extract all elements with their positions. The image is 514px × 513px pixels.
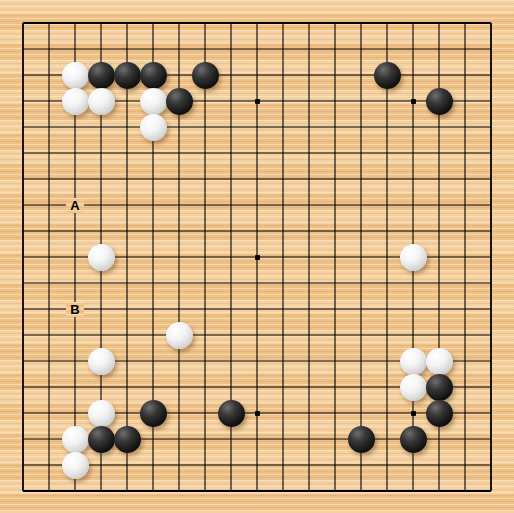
stone-white[interactable] xyxy=(426,348,453,375)
stone-white[interactable] xyxy=(88,244,115,271)
stone-black[interactable] xyxy=(88,426,115,453)
stone-black[interactable] xyxy=(140,400,167,427)
stone-black[interactable] xyxy=(426,400,453,427)
go-board[interactable]: AB xyxy=(0,0,514,513)
stone-white[interactable] xyxy=(400,348,427,375)
star-point xyxy=(255,99,260,104)
stone-black[interactable] xyxy=(114,426,141,453)
stone-white[interactable] xyxy=(62,452,89,479)
stone-white[interactable] xyxy=(88,348,115,375)
star-point xyxy=(411,99,416,104)
stone-black[interactable] xyxy=(140,62,167,89)
stone-white[interactable] xyxy=(62,426,89,453)
stone-black[interactable] xyxy=(192,62,219,89)
stone-white[interactable] xyxy=(62,62,89,89)
stone-white[interactable] xyxy=(140,114,167,141)
variation-label-a[interactable]: A xyxy=(66,198,84,213)
stone-black[interactable] xyxy=(114,62,141,89)
stone-black[interactable] xyxy=(88,62,115,89)
variation-label-b[interactable]: B xyxy=(66,302,84,317)
stone-white[interactable] xyxy=(140,88,167,115)
stone-black[interactable] xyxy=(166,88,193,115)
stone-black[interactable] xyxy=(348,426,375,453)
stone-white[interactable] xyxy=(88,400,115,427)
star-point xyxy=(411,411,416,416)
stone-black[interactable] xyxy=(400,426,427,453)
stone-black[interactable] xyxy=(218,400,245,427)
stone-white[interactable] xyxy=(166,322,193,349)
stone-white[interactable] xyxy=(88,88,115,115)
stone-white[interactable] xyxy=(400,244,427,271)
stone-white[interactable] xyxy=(400,374,427,401)
stone-black[interactable] xyxy=(374,62,401,89)
stone-black[interactable] xyxy=(426,88,453,115)
stone-white[interactable] xyxy=(62,88,89,115)
star-point xyxy=(255,411,260,416)
stone-black[interactable] xyxy=(426,374,453,401)
star-point xyxy=(255,255,260,260)
